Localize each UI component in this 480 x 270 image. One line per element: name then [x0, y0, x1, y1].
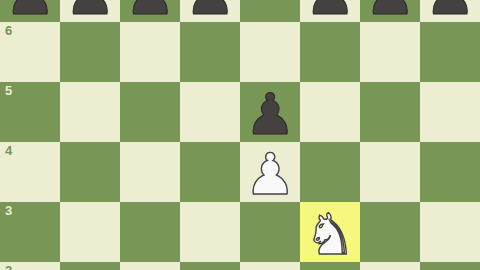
square-a7[interactable]: 7♟ — [0, 0, 60, 22]
rank-label-6: 6 — [5, 24, 12, 37]
white-pawn-b2[interactable]: ♟ — [60, 264, 120, 270]
square-a6[interactable]: 6 — [0, 22, 60, 82]
black-pawn-d7[interactable]: ♟ — [180, 0, 240, 24]
square-g4[interactable] — [360, 142, 420, 202]
square-e6[interactable] — [240, 22, 300, 82]
black-pawn-a7[interactable]: ♟ — [0, 0, 60, 24]
square-c6[interactable] — [120, 22, 180, 82]
square-h5[interactable] — [420, 82, 480, 142]
square-d4[interactable] — [180, 142, 240, 202]
chess-board: 8♜♞♝♛♚♝♞♜7♟♟♟♟♟♟♟65♟4♟3♞2♟♟♟♟♟♟♟1♜♞♝♛♚♝♜ — [0, 0, 480, 270]
square-c2[interactable]: ♟ — [120, 262, 180, 270]
board-viewport: 8♜♞♝♛♚♝♞♜7♟♟♟♟♟♟♟65♟4♟3♞2♟♟♟♟♟♟♟1♜♞♝♛♚♝♜ — [0, 0, 480, 270]
square-e7[interactable] — [240, 0, 300, 22]
white-knight-f3[interactable]: ♞ — [300, 204, 360, 264]
square-b6[interactable] — [60, 22, 120, 82]
square-f3[interactable]: ♞ — [300, 202, 360, 262]
square-g2[interactable]: ♟ — [360, 262, 420, 270]
square-d3[interactable] — [180, 202, 240, 262]
square-e4[interactable]: ♟ — [240, 142, 300, 202]
black-pawn-h7[interactable]: ♟ — [420, 0, 480, 24]
square-g7[interactable]: ♟ — [360, 0, 420, 22]
white-pawn-a2[interactable]: ♟ — [0, 264, 60, 270]
square-b7[interactable]: ♟ — [60, 0, 120, 22]
white-pawn-d2[interactable]: ♟ — [180, 264, 240, 270]
square-a3[interactable]: 3 — [0, 202, 60, 262]
square-f6[interactable] — [300, 22, 360, 82]
rank-label-5: 5 — [5, 84, 12, 97]
black-pawn-f7[interactable]: ♟ — [300, 0, 360, 24]
square-d7[interactable]: ♟ — [180, 0, 240, 22]
white-pawn-c2[interactable]: ♟ — [120, 264, 180, 270]
square-h7[interactable]: ♟ — [420, 0, 480, 22]
black-pawn-e5[interactable]: ♟ — [240, 84, 300, 144]
square-f4[interactable] — [300, 142, 360, 202]
white-pawn-g2[interactable]: ♟ — [360, 264, 420, 270]
black-pawn-g7[interactable]: ♟ — [360, 0, 420, 24]
black-pawn-b7[interactable]: ♟ — [60, 0, 120, 24]
square-b3[interactable] — [60, 202, 120, 262]
square-g3[interactable] — [360, 202, 420, 262]
rank-label-4: 4 — [5, 144, 12, 157]
black-pawn-c7[interactable]: ♟ — [120, 0, 180, 24]
square-b5[interactable] — [60, 82, 120, 142]
square-e5[interactable]: ♟ — [240, 82, 300, 142]
square-e3[interactable] — [240, 202, 300, 262]
square-a4[interactable]: 4 — [0, 142, 60, 202]
white-pawn-f2[interactable]: ♟ — [300, 264, 360, 270]
square-d2[interactable]: ♟ — [180, 262, 240, 270]
square-f7[interactable]: ♟ — [300, 0, 360, 22]
square-d5[interactable] — [180, 82, 240, 142]
square-e2[interactable] — [240, 262, 300, 270]
square-c4[interactable] — [120, 142, 180, 202]
square-c5[interactable] — [120, 82, 180, 142]
square-a2[interactable]: 2♟ — [0, 262, 60, 270]
rank-label-3: 3 — [5, 204, 12, 217]
square-h6[interactable] — [420, 22, 480, 82]
white-pawn-e4[interactable]: ♟ — [240, 144, 300, 204]
square-a5[interactable]: 5 — [0, 82, 60, 142]
square-d6[interactable] — [180, 22, 240, 82]
square-f5[interactable] — [300, 82, 360, 142]
square-c7[interactable]: ♟ — [120, 0, 180, 22]
square-f2[interactable]: ♟ — [300, 262, 360, 270]
square-c3[interactable] — [120, 202, 180, 262]
square-g5[interactable] — [360, 82, 420, 142]
square-g6[interactable] — [360, 22, 420, 82]
square-b2[interactable]: ♟ — [60, 262, 120, 270]
square-h3[interactable] — [420, 202, 480, 262]
square-h2[interactable]: ♟ — [420, 262, 480, 270]
square-b4[interactable] — [60, 142, 120, 202]
square-h4[interactable] — [420, 142, 480, 202]
white-pawn-h2[interactable]: ♟ — [420, 264, 480, 270]
